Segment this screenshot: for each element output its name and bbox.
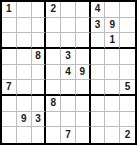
cell-r1c5[interactable] [61, 2, 76, 18]
cell-r2c3[interactable] [32, 18, 47, 34]
cell-r7c4[interactable]: 8 [46, 96, 61, 112]
cell-r3c9[interactable] [120, 33, 135, 49]
cell-r9c8[interactable] [105, 127, 120, 143]
cell-r9c6[interactable] [76, 127, 91, 143]
cell-r8c2[interactable]: 9 [17, 112, 32, 128]
cell-r2c2[interactable] [17, 18, 32, 34]
cell-r5c7[interactable] [91, 65, 106, 81]
cell-r2c4[interactable] [46, 18, 61, 34]
cell-r6c4[interactable] [46, 80, 61, 96]
cell-r4c5[interactable]: 3 [61, 49, 76, 65]
cell-r9c9[interactable]: 2 [120, 127, 135, 143]
cell-r2c8[interactable]: 9 [105, 18, 120, 34]
cell-r1c4[interactable]: 2 [46, 2, 61, 18]
cell-r8c9[interactable] [120, 112, 135, 128]
cell-r5c2[interactable] [17, 65, 32, 81]
cell-r8c4[interactable] [46, 112, 61, 128]
cell-r5c6[interactable]: 9 [76, 65, 91, 81]
cell-r7c1[interactable] [2, 96, 17, 112]
cell-r3c1[interactable] [2, 33, 17, 49]
cell-r8c5[interactable] [61, 112, 76, 128]
cell-r9c3[interactable] [32, 127, 47, 143]
cell-r4c6[interactable] [76, 49, 91, 65]
cell-r4c9[interactable] [120, 49, 135, 65]
cell-r1c3[interactable] [32, 2, 47, 18]
cell-r2c6[interactable] [76, 18, 91, 34]
cell-r3c2[interactable] [17, 33, 32, 49]
cell-r6c2[interactable] [17, 80, 32, 96]
cell-r6c6[interactable] [76, 80, 91, 96]
cell-r7c7[interactable] [91, 96, 106, 112]
cell-r4c1[interactable] [2, 49, 17, 65]
cell-r4c4[interactable] [46, 49, 61, 65]
cell-r6c7[interactable] [91, 80, 106, 96]
cell-r8c7[interactable] [91, 112, 106, 128]
cell-r6c1[interactable]: 7 [2, 80, 17, 96]
cell-r7c9[interactable] [120, 96, 135, 112]
cell-r1c1[interactable]: 1 [2, 2, 17, 18]
cell-r4c2[interactable] [17, 49, 32, 65]
sudoku-board: 12439183497589372 [0, 0, 137, 145]
cell-r7c3[interactable] [32, 96, 47, 112]
cell-r9c2[interactable] [17, 127, 32, 143]
cell-r4c7[interactable] [91, 49, 106, 65]
cell-r1c7[interactable]: 4 [91, 2, 106, 18]
cell-r2c1[interactable] [2, 18, 17, 34]
cell-r1c9[interactable] [120, 2, 135, 18]
cell-r7c6[interactable] [76, 96, 91, 112]
cell-r9c1[interactable] [2, 127, 17, 143]
cell-r7c5[interactable] [61, 96, 76, 112]
cell-r1c2[interactable] [17, 2, 32, 18]
cell-r2c9[interactable] [120, 18, 135, 34]
cell-r5c1[interactable] [2, 65, 17, 81]
cell-r3c6[interactable] [76, 33, 91, 49]
cell-r5c9[interactable] [120, 65, 135, 81]
cell-r4c8[interactable] [105, 49, 120, 65]
cell-r8c6[interactable] [76, 112, 91, 128]
cell-r5c4[interactable] [46, 65, 61, 81]
cell-r2c7[interactable]: 3 [91, 18, 106, 34]
cell-r3c7[interactable] [91, 33, 106, 49]
cell-r3c4[interactable] [46, 33, 61, 49]
cell-r7c8[interactable] [105, 96, 120, 112]
cell-r5c8[interactable] [105, 65, 120, 81]
cell-r4c3[interactable]: 8 [32, 49, 47, 65]
cell-r8c8[interactable] [105, 112, 120, 128]
cell-r6c5[interactable] [61, 80, 76, 96]
cell-r6c3[interactable] [32, 80, 47, 96]
cell-r8c1[interactable] [2, 112, 17, 128]
cell-r3c8[interactable]: 1 [105, 33, 120, 49]
cell-r5c5[interactable]: 4 [61, 65, 76, 81]
cell-r7c2[interactable] [17, 96, 32, 112]
cell-r2c5[interactable] [61, 18, 76, 34]
cell-r6c9[interactable]: 5 [120, 80, 135, 96]
cell-r9c5[interactable]: 7 [61, 127, 76, 143]
cell-r9c7[interactable] [91, 127, 106, 143]
cell-r6c8[interactable] [105, 80, 120, 96]
cell-r3c3[interactable] [32, 33, 47, 49]
cell-r3c5[interactable] [61, 33, 76, 49]
cell-r9c4[interactable] [46, 127, 61, 143]
cell-r1c8[interactable] [105, 2, 120, 18]
cell-r8c3[interactable]: 3 [32, 112, 47, 128]
cell-r5c3[interactable] [32, 65, 47, 81]
cell-r1c6[interactable] [76, 2, 91, 18]
